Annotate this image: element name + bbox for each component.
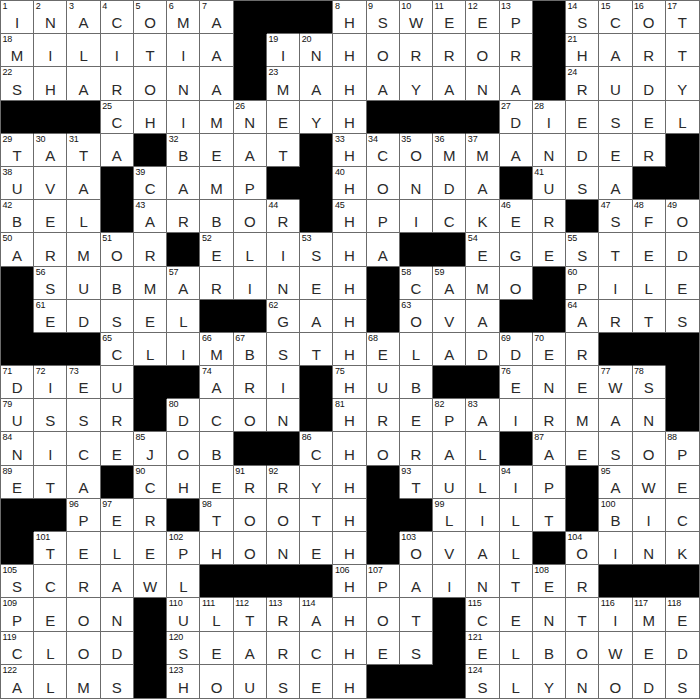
cell-r5c0[interactable]: 38U xyxy=(1,167,34,200)
cell-r12c19[interactable]: N xyxy=(633,399,666,432)
cell-r16c17[interactable]: 104O xyxy=(566,532,599,565)
cell-r20c3[interactable]: S xyxy=(101,665,134,698)
cell-r1c5[interactable]: I xyxy=(167,34,200,67)
cell-r16c8[interactable]: N xyxy=(267,532,300,565)
cell-r6c14[interactable]: K xyxy=(466,200,499,233)
cell-r2c0[interactable]: 22S xyxy=(1,67,34,100)
cell-r4c19[interactable]: R xyxy=(633,134,666,167)
cell-r11c12[interactable]: B xyxy=(400,366,433,399)
cell-r17c5[interactable]: L xyxy=(167,565,200,598)
cell-r3c10[interactable]: H xyxy=(333,101,366,134)
cell-r6c20[interactable]: 49O xyxy=(666,200,699,233)
cell-r6c18[interactable]: 47S xyxy=(599,200,632,233)
cell-r5c7[interactable]: P xyxy=(234,167,267,200)
cell-r10c14[interactable]: D xyxy=(466,333,499,366)
cell-r6c5[interactable]: R xyxy=(167,200,200,233)
cell-r8c15[interactable]: O xyxy=(500,267,533,300)
cell-r15c20[interactable]: C xyxy=(666,499,699,532)
cell-r7c15[interactable]: G xyxy=(500,233,533,266)
cell-r9c8[interactable]: 62G xyxy=(267,300,300,333)
cell-r19c11[interactable]: E xyxy=(367,632,400,665)
cell-r11c18[interactable]: 77W xyxy=(599,366,632,399)
cell-r6c12[interactable]: I xyxy=(400,200,433,233)
cell-r3c5[interactable]: I xyxy=(167,101,200,134)
cell-r20c7[interactable]: U xyxy=(234,665,267,698)
cell-r9c5[interactable]: L xyxy=(167,300,200,333)
cell-r11c19[interactable]: 78S xyxy=(633,366,666,399)
cell-r19c20[interactable]: D xyxy=(666,632,699,665)
cell-r18c8[interactable]: 113R xyxy=(267,598,300,631)
cell-r6c15[interactable]: 46E xyxy=(500,200,533,233)
cell-r8c7[interactable]: I xyxy=(234,267,267,300)
cell-r18c10[interactable]: H xyxy=(333,598,366,631)
cell-r0c3[interactable]: 4C xyxy=(101,1,134,34)
cell-r17c0[interactable]: 105S xyxy=(1,565,34,598)
cell-r8c12[interactable]: 58C xyxy=(400,267,433,300)
cell-r6c6[interactable]: B xyxy=(200,200,233,233)
cell-r3c6[interactable]: M xyxy=(200,101,233,134)
cell-r12c15[interactable]: I xyxy=(500,399,533,432)
cell-r9c17[interactable]: 64A xyxy=(566,300,599,333)
cell-r1c8[interactable]: 19I xyxy=(267,34,300,67)
cell-r12c10[interactable]: 81H xyxy=(333,399,366,432)
cell-r6c8[interactable]: 44R xyxy=(267,200,300,233)
cell-r20c20[interactable]: S xyxy=(666,665,699,698)
cell-r11c17[interactable]: E xyxy=(566,366,599,399)
cell-r15c13[interactable]: 99L xyxy=(433,499,466,532)
cell-r7c3[interactable]: 51O xyxy=(101,233,134,266)
cell-r11c6[interactable]: 74A xyxy=(200,366,233,399)
cell-r20c9[interactable]: E xyxy=(300,665,333,698)
cell-r7c20[interactable]: D xyxy=(666,233,699,266)
cell-r14c19[interactable]: W xyxy=(633,466,666,499)
cell-r2c14[interactable]: N xyxy=(466,67,499,100)
cell-r13c3[interactable]: E xyxy=(101,432,134,465)
cell-r17c3[interactable]: A xyxy=(101,565,134,598)
cell-r0c1[interactable]: 2N xyxy=(34,1,67,34)
cell-r10c13[interactable]: A xyxy=(433,333,466,366)
cell-r0c18[interactable]: 15C xyxy=(599,1,632,34)
cell-r10c15[interactable]: 69D xyxy=(500,333,533,366)
cell-r20c6[interactable]: O xyxy=(200,665,233,698)
cell-r18c2[interactable]: O xyxy=(67,598,100,631)
cell-r7c14[interactable]: 54E xyxy=(466,233,499,266)
cell-r14c9[interactable]: Y xyxy=(300,466,333,499)
cell-r15c8[interactable]: O xyxy=(267,499,300,532)
cell-r10c4[interactable]: L xyxy=(134,333,167,366)
cell-r17c13[interactable]: I xyxy=(433,565,466,598)
cell-r19c1[interactable]: L xyxy=(34,632,67,665)
cell-r4c0[interactable]: 29T xyxy=(1,134,34,167)
cell-r17c2[interactable]: R xyxy=(67,565,100,598)
cell-r2c20[interactable]: Y xyxy=(666,67,699,100)
cell-r1c2[interactable]: L xyxy=(67,34,100,67)
cell-r10c9[interactable]: T xyxy=(300,333,333,366)
cell-r1c4[interactable]: T xyxy=(134,34,167,67)
cell-r8c3[interactable]: B xyxy=(101,267,134,300)
cell-r18c15[interactable]: E xyxy=(500,598,533,631)
cell-r20c1[interactable]: L xyxy=(34,665,67,698)
cell-r14c6[interactable]: E xyxy=(200,466,233,499)
cell-r14c2[interactable]: A xyxy=(67,466,100,499)
cell-r0c12[interactable]: 10W xyxy=(400,1,433,34)
cell-r5c17[interactable]: S xyxy=(566,167,599,200)
cell-r1c3[interactable]: I xyxy=(101,34,134,67)
cell-r13c17[interactable]: E xyxy=(566,432,599,465)
cell-r4c2[interactable]: 31T xyxy=(67,134,100,167)
cell-r14c14[interactable]: L xyxy=(466,466,499,499)
cell-r20c5[interactable]: 123H xyxy=(167,665,200,698)
cell-r4c5[interactable]: 32B xyxy=(167,134,200,167)
cell-r9c2[interactable]: D xyxy=(67,300,100,333)
cell-r3c16[interactable]: 28I xyxy=(533,101,566,134)
cell-r15c16[interactable]: T xyxy=(533,499,566,532)
cell-r18c19[interactable]: 117M xyxy=(633,598,666,631)
cell-r4c11[interactable]: 34C xyxy=(367,134,400,167)
cell-r5c10[interactable]: 40H xyxy=(333,167,366,200)
cell-r8c19[interactable]: L xyxy=(633,267,666,300)
cell-r15c15[interactable]: L xyxy=(500,499,533,532)
cell-r6c10[interactable]: 45H xyxy=(333,200,366,233)
cell-r4c14[interactable]: 37M xyxy=(466,134,499,167)
cell-r14c12[interactable]: 93T xyxy=(400,466,433,499)
cell-r3c3[interactable]: 25C xyxy=(101,101,134,134)
cell-r18c5[interactable]: 110U xyxy=(167,598,200,631)
cell-r1c10[interactable]: H xyxy=(333,34,366,67)
cell-r10c6[interactable]: 66M xyxy=(200,333,233,366)
cell-r2c17[interactable]: 24R xyxy=(566,67,599,100)
cell-r8c18[interactable]: I xyxy=(599,267,632,300)
cell-r4c1[interactable]: 30A xyxy=(34,134,67,167)
cell-r7c2[interactable]: M xyxy=(67,233,100,266)
cell-r10c10[interactable]: H xyxy=(333,333,366,366)
cell-r18c0[interactable]: 109P xyxy=(1,598,34,631)
cell-r19c12[interactable]: S xyxy=(400,632,433,665)
cell-r14c16[interactable]: P xyxy=(533,466,566,499)
cell-r6c7[interactable]: O xyxy=(234,200,267,233)
cell-r4c13[interactable]: 36M xyxy=(433,134,466,167)
cell-r4c12[interactable]: 35O xyxy=(400,134,433,167)
cell-r7c19[interactable]: E xyxy=(633,233,666,266)
cell-r12c7[interactable]: O xyxy=(234,399,267,432)
cell-r15c19[interactable]: I xyxy=(633,499,666,532)
cell-r13c0[interactable]: 84N xyxy=(1,432,34,465)
cell-r13c1[interactable]: I xyxy=(34,432,67,465)
cell-r12c18[interactable]: A xyxy=(599,399,632,432)
cell-r18c9[interactable]: 114A xyxy=(300,598,333,631)
cell-r19c14[interactable]: 121E xyxy=(466,632,499,665)
cell-r1c11[interactable]: O xyxy=(367,34,400,67)
cell-r13c14[interactable]: L xyxy=(466,432,499,465)
cell-r6c2[interactable]: L xyxy=(67,200,100,233)
cell-r6c4[interactable]: 43A xyxy=(134,200,167,233)
cell-r19c6[interactable]: E xyxy=(200,632,233,665)
cell-r14c4[interactable]: 90C xyxy=(134,466,167,499)
cell-r9c9[interactable]: A xyxy=(300,300,333,333)
cell-r7c1[interactable]: R xyxy=(34,233,67,266)
cell-r5c12[interactable]: N xyxy=(400,167,433,200)
cell-r11c8[interactable]: I xyxy=(267,366,300,399)
cell-r16c6[interactable]: H xyxy=(200,532,233,565)
cell-r13c13[interactable]: A xyxy=(433,432,466,465)
cell-r3c19[interactable]: E xyxy=(633,101,666,134)
cell-r3c9[interactable]: Y xyxy=(300,101,333,134)
cell-r18c11[interactable]: O xyxy=(367,598,400,631)
cell-r2c6[interactable]: A xyxy=(200,67,233,100)
cell-r1c19[interactable]: R xyxy=(633,34,666,67)
cell-r11c0[interactable]: 71D xyxy=(1,366,34,399)
cell-r8c6[interactable]: R xyxy=(200,267,233,300)
cell-r13c11[interactable]: O xyxy=(367,432,400,465)
cell-r15c9[interactable]: T xyxy=(300,499,333,532)
cell-r11c11[interactable]: U xyxy=(367,366,400,399)
cell-r14c1[interactable]: T xyxy=(34,466,67,499)
cell-r16c10[interactable]: H xyxy=(333,532,366,565)
cell-r0c2[interactable]: 3A xyxy=(67,1,100,34)
cell-r20c16[interactable]: Y xyxy=(533,665,566,698)
cell-r4c18[interactable]: E xyxy=(599,134,632,167)
cell-r0c19[interactable]: 16O xyxy=(633,1,666,34)
cell-r1c13[interactable]: R xyxy=(433,34,466,67)
cell-r3c4[interactable]: H xyxy=(134,101,167,134)
cell-r14c18[interactable]: 95A xyxy=(599,466,632,499)
cell-r8c1[interactable]: 56S xyxy=(34,267,67,300)
cell-r17c17[interactable]: R xyxy=(566,565,599,598)
cell-r16c7[interactable]: O xyxy=(234,532,267,565)
cell-r6c11[interactable]: P xyxy=(367,200,400,233)
cell-r16c13[interactable]: V xyxy=(433,532,466,565)
cell-r9c18[interactable]: R xyxy=(599,300,632,333)
cell-r3c15[interactable]: 27D xyxy=(500,101,533,134)
cell-r9c10[interactable]: H xyxy=(333,300,366,333)
cell-r2c15[interactable]: A xyxy=(500,67,533,100)
cell-r16c3[interactable]: L xyxy=(101,532,134,565)
cell-r14c7[interactable]: 91R xyxy=(234,466,267,499)
cell-r13c19[interactable]: O xyxy=(633,432,666,465)
cell-r1c17[interactable]: 21H xyxy=(566,34,599,67)
cell-r20c2[interactable]: M xyxy=(67,665,100,698)
cell-r9c12[interactable]: 63O xyxy=(400,300,433,333)
cell-r14c13[interactable]: U xyxy=(433,466,466,499)
cell-r5c2[interactable]: A xyxy=(67,167,100,200)
cell-r6c1[interactable]: E xyxy=(34,200,67,233)
cell-r5c13[interactable]: D xyxy=(433,167,466,200)
cell-r2c1[interactable]: H xyxy=(34,67,67,100)
cell-r19c10[interactable]: H xyxy=(333,632,366,665)
cell-r16c18[interactable]: I xyxy=(599,532,632,565)
cell-r7c9[interactable]: 53S xyxy=(300,233,333,266)
cell-r13c18[interactable]: S xyxy=(599,432,632,465)
cell-r1c15[interactable]: R xyxy=(500,34,533,67)
cell-r12c16[interactable]: R xyxy=(533,399,566,432)
cell-r2c5[interactable]: N xyxy=(167,67,200,100)
cell-r17c10[interactable]: 106H xyxy=(333,565,366,598)
cell-r7c7[interactable]: L xyxy=(234,233,267,266)
cell-r0c6[interactable]: 7A xyxy=(200,1,233,34)
cell-r13c5[interactable]: O xyxy=(167,432,200,465)
cell-r16c2[interactable]: E xyxy=(67,532,100,565)
cell-r16c4[interactable]: E xyxy=(134,532,167,565)
cell-r19c0[interactable]: 119C xyxy=(1,632,34,665)
cell-r1c20[interactable]: T xyxy=(666,34,699,67)
cell-r9c3[interactable]: S xyxy=(101,300,134,333)
cell-r4c8[interactable]: T xyxy=(267,134,300,167)
cell-r5c4[interactable]: 39C xyxy=(134,167,167,200)
cell-r7c4[interactable]: R xyxy=(134,233,167,266)
cell-r4c16[interactable]: N xyxy=(533,134,566,167)
cell-r2c12[interactable]: Y xyxy=(400,67,433,100)
cell-r9c14[interactable]: A xyxy=(466,300,499,333)
cell-r7c18[interactable]: T xyxy=(599,233,632,266)
cell-r8c2[interactable]: U xyxy=(67,267,100,300)
cell-r4c3[interactable]: A xyxy=(101,134,134,167)
cell-r7c0[interactable]: 50A xyxy=(1,233,34,266)
cell-r18c1[interactable]: E xyxy=(34,598,67,631)
cell-r10c11[interactable]: 68E xyxy=(367,333,400,366)
cell-r12c11[interactable]: R xyxy=(367,399,400,432)
cell-r19c18[interactable]: W xyxy=(599,632,632,665)
cell-r12c14[interactable]: 83A xyxy=(466,399,499,432)
cell-r18c3[interactable]: N xyxy=(101,598,134,631)
cell-r10c8[interactable]: S xyxy=(267,333,300,366)
cell-r2c18[interactable]: U xyxy=(599,67,632,100)
cell-r13c10[interactable]: H xyxy=(333,432,366,465)
cell-r6c13[interactable]: C xyxy=(433,200,466,233)
cell-r0c20[interactable]: 17T xyxy=(666,1,699,34)
cell-r7c11[interactable]: A xyxy=(367,233,400,266)
cell-r13c20[interactable]: 88P xyxy=(666,432,699,465)
cell-r16c12[interactable]: 103O xyxy=(400,532,433,565)
cell-r11c10[interactable]: 75H xyxy=(333,366,366,399)
cell-r16c1[interactable]: 101T xyxy=(34,532,67,565)
cell-r16c14[interactable]: A xyxy=(466,532,499,565)
cell-r13c4[interactable]: 85J xyxy=(134,432,167,465)
cell-r9c20[interactable]: S xyxy=(666,300,699,333)
cell-r4c17[interactable]: D xyxy=(566,134,599,167)
cell-r8c4[interactable]: M xyxy=(134,267,167,300)
cell-r4c10[interactable]: 33H xyxy=(333,134,366,167)
cell-r1c12[interactable]: R xyxy=(400,34,433,67)
cell-r20c10[interactable]: H xyxy=(333,665,366,698)
cell-r20c17[interactable]: N xyxy=(566,665,599,698)
cell-r0c10[interactable]: 8H xyxy=(333,1,366,34)
cell-r11c1[interactable]: 72I xyxy=(34,366,67,399)
cell-r15c7[interactable]: O xyxy=(234,499,267,532)
cell-r19c9[interactable]: C xyxy=(300,632,333,665)
cell-r13c2[interactable]: C xyxy=(67,432,100,465)
cell-r13c12[interactable]: R xyxy=(400,432,433,465)
cell-r12c12[interactable]: E xyxy=(400,399,433,432)
cell-r9c1[interactable]: 61E xyxy=(34,300,67,333)
cell-r19c2[interactable]: O xyxy=(67,632,100,665)
cell-r7c8[interactable]: I xyxy=(267,233,300,266)
cell-r18c18[interactable]: 116I xyxy=(599,598,632,631)
cell-r12c13[interactable]: 82P xyxy=(433,399,466,432)
cell-r15c3[interactable]: 97E xyxy=(101,499,134,532)
cell-r6c16[interactable]: R xyxy=(533,200,566,233)
cell-r8c10[interactable]: H xyxy=(333,267,366,300)
cell-r13c16[interactable]: 87A xyxy=(533,432,566,465)
cell-r5c18[interactable]: A xyxy=(599,167,632,200)
cell-r9c19[interactable]: T xyxy=(633,300,666,333)
cell-r13c9[interactable]: 86C xyxy=(300,432,333,465)
cell-r16c5[interactable]: 102P xyxy=(167,532,200,565)
cell-r14c0[interactable]: 89E xyxy=(1,466,34,499)
cell-r12c5[interactable]: 80D xyxy=(167,399,200,432)
cell-r17c4[interactable]: W xyxy=(134,565,167,598)
cell-r20c18[interactable]: O xyxy=(599,665,632,698)
cell-r4c7[interactable]: A xyxy=(234,134,267,167)
cell-r2c19[interactable]: D xyxy=(633,67,666,100)
cell-r10c3[interactable]: 65C xyxy=(101,333,134,366)
cell-r17c12[interactable]: A xyxy=(400,565,433,598)
cell-r17c11[interactable]: 107P xyxy=(367,565,400,598)
cell-r12c0[interactable]: 79U xyxy=(1,399,34,432)
cell-r2c3[interactable]: R xyxy=(101,67,134,100)
cell-r18c16[interactable]: N xyxy=(533,598,566,631)
cell-r12c2[interactable]: S xyxy=(67,399,100,432)
cell-r20c0[interactable]: 122A xyxy=(1,665,34,698)
cell-r15c14[interactable]: I xyxy=(466,499,499,532)
cell-r17c1[interactable]: C xyxy=(34,565,67,598)
cell-r6c19[interactable]: 48F xyxy=(633,200,666,233)
cell-r14c8[interactable]: 92R xyxy=(267,466,300,499)
cell-r10c12[interactable]: L xyxy=(400,333,433,366)
cell-r16c15[interactable]: L xyxy=(500,532,533,565)
cell-r1c1[interactable]: I xyxy=(34,34,67,67)
cell-r0c14[interactable]: 12E xyxy=(466,1,499,34)
cell-r14c10[interactable]: H xyxy=(333,466,366,499)
cell-r18c12[interactable]: T xyxy=(400,598,433,631)
cell-r7c16[interactable]: E xyxy=(533,233,566,266)
cell-r2c10[interactable]: H xyxy=(333,67,366,100)
cell-r8c20[interactable]: E xyxy=(666,267,699,300)
cell-r12c6[interactable]: C xyxy=(200,399,233,432)
cell-r1c6[interactable]: A xyxy=(200,34,233,67)
cell-r7c6[interactable]: 52E xyxy=(200,233,233,266)
cell-r2c13[interactable]: A xyxy=(433,67,466,100)
cell-r14c20[interactable]: E xyxy=(666,466,699,499)
cell-r1c9[interactable]: 20N xyxy=(300,34,333,67)
cell-r1c0[interactable]: 18M xyxy=(1,34,34,67)
cell-r10c5[interactable]: I xyxy=(167,333,200,366)
cell-r8c17[interactable]: 60P xyxy=(566,267,599,300)
cell-r5c6[interactable]: M xyxy=(200,167,233,200)
cell-r18c20[interactable]: 118E xyxy=(666,598,699,631)
cell-r5c1[interactable]: V xyxy=(34,167,67,200)
cell-r15c2[interactable]: 96P xyxy=(67,499,100,532)
cell-r0c0[interactable]: 1I xyxy=(1,1,34,34)
cell-r17c15[interactable]: T xyxy=(500,565,533,598)
cell-r4c15[interactable]: A xyxy=(500,134,533,167)
cell-r11c15[interactable]: 76E xyxy=(500,366,533,399)
cell-r10c17[interactable]: R xyxy=(566,333,599,366)
cell-r3c8[interactable]: E xyxy=(267,101,300,134)
cell-r19c16[interactable]: B xyxy=(533,632,566,665)
cell-r1c14[interactable]: O xyxy=(466,34,499,67)
cell-r20c19[interactable]: D xyxy=(633,665,666,698)
cell-r19c5[interactable]: 120S xyxy=(167,632,200,665)
cell-r8c5[interactable]: 57A xyxy=(167,267,200,300)
cell-r5c14[interactable]: A xyxy=(466,167,499,200)
cell-r2c4[interactable]: O xyxy=(134,67,167,100)
cell-r8c13[interactable]: 59A xyxy=(433,267,466,300)
cell-r19c17[interactable]: O xyxy=(566,632,599,665)
cell-r19c19[interactable]: E xyxy=(633,632,666,665)
cell-r3c7[interactable]: 26N xyxy=(234,101,267,134)
cell-r9c4[interactable]: E xyxy=(134,300,167,333)
cell-r17c16[interactable]: 108E xyxy=(533,565,566,598)
